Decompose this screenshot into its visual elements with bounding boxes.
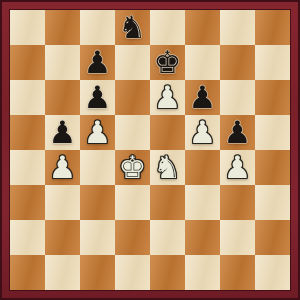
piece-white-pawn[interactable]: ♟: [84, 115, 112, 150]
square-b5[interactable]: ♟: [45, 115, 80, 150]
square-e3[interactable]: [150, 185, 185, 220]
square-d3[interactable]: [115, 185, 150, 220]
square-a6[interactable]: [10, 80, 45, 115]
square-a8[interactable]: [10, 10, 45, 45]
square-g3[interactable]: [220, 185, 255, 220]
piece-black-pawn[interactable]: ♟: [84, 45, 112, 80]
square-f4[interactable]: [185, 150, 220, 185]
piece-black-pawn[interactable]: ♟: [49, 115, 77, 150]
square-c5[interactable]: ♟: [80, 115, 115, 150]
piece-white-knight[interactable]: ♞: [154, 150, 182, 185]
square-c6[interactable]: ♟: [80, 80, 115, 115]
piece-black-king[interactable]: ♚: [154, 45, 182, 80]
square-f6[interactable]: ♟: [185, 80, 220, 115]
square-d2[interactable]: [115, 220, 150, 255]
square-d5[interactable]: [115, 115, 150, 150]
square-c4[interactable]: [80, 150, 115, 185]
square-g4[interactable]: ♟: [220, 150, 255, 185]
square-b2[interactable]: [45, 220, 80, 255]
square-h8[interactable]: [255, 10, 290, 45]
piece-white-pawn[interactable]: ♟: [189, 115, 217, 150]
square-g8[interactable]: [220, 10, 255, 45]
square-c8[interactable]: [80, 10, 115, 45]
square-g7[interactable]: [220, 45, 255, 80]
piece-white-pawn[interactable]: ♟: [154, 80, 182, 115]
square-b6[interactable]: [45, 80, 80, 115]
square-a5[interactable]: [10, 115, 45, 150]
square-h3[interactable]: [255, 185, 290, 220]
square-e8[interactable]: [150, 10, 185, 45]
square-h1[interactable]: [255, 255, 290, 290]
square-b4[interactable]: ♟: [45, 150, 80, 185]
square-f1[interactable]: [185, 255, 220, 290]
square-d6[interactable]: [115, 80, 150, 115]
board-frame: ♞♟♚♟♟♟♟♟♟♟♟♚♞♟: [0, 0, 300, 300]
square-b1[interactable]: [45, 255, 80, 290]
square-a4[interactable]: [10, 150, 45, 185]
square-c1[interactable]: [80, 255, 115, 290]
square-g2[interactable]: [220, 220, 255, 255]
piece-white-pawn[interactable]: ♟: [49, 150, 77, 185]
piece-black-pawn[interactable]: ♟: [189, 80, 217, 115]
square-e5[interactable]: [150, 115, 185, 150]
chess-board: ♞♟♚♟♟♟♟♟♟♟♟♚♞♟: [10, 10, 290, 290]
square-c3[interactable]: [80, 185, 115, 220]
square-h4[interactable]: [255, 150, 290, 185]
square-c2[interactable]: [80, 220, 115, 255]
square-a1[interactable]: [10, 255, 45, 290]
square-a2[interactable]: [10, 220, 45, 255]
square-f3[interactable]: [185, 185, 220, 220]
square-e4[interactable]: ♞: [150, 150, 185, 185]
piece-white-pawn[interactable]: ♟: [224, 150, 252, 185]
square-c7[interactable]: ♟: [80, 45, 115, 80]
square-a3[interactable]: [10, 185, 45, 220]
piece-white-king[interactable]: ♚: [119, 150, 147, 185]
square-e6[interactable]: ♟: [150, 80, 185, 115]
square-h6[interactable]: [255, 80, 290, 115]
square-a7[interactable]: [10, 45, 45, 80]
square-g5[interactable]: ♟: [220, 115, 255, 150]
square-f8[interactable]: [185, 10, 220, 45]
piece-black-pawn[interactable]: ♟: [224, 115, 252, 150]
square-h5[interactable]: [255, 115, 290, 150]
piece-black-knight[interactable]: ♞: [119, 10, 147, 45]
square-h2[interactable]: [255, 220, 290, 255]
square-b3[interactable]: [45, 185, 80, 220]
square-b7[interactable]: [45, 45, 80, 80]
square-d1[interactable]: [115, 255, 150, 290]
square-f5[interactable]: ♟: [185, 115, 220, 150]
square-f2[interactable]: [185, 220, 220, 255]
square-b8[interactable]: [45, 10, 80, 45]
square-g1[interactable]: [220, 255, 255, 290]
square-e1[interactable]: [150, 255, 185, 290]
square-e2[interactable]: [150, 220, 185, 255]
square-f7[interactable]: [185, 45, 220, 80]
square-h7[interactable]: [255, 45, 290, 80]
square-g6[interactable]: [220, 80, 255, 115]
square-e7[interactable]: ♚: [150, 45, 185, 80]
piece-black-pawn[interactable]: ♟: [84, 80, 112, 115]
square-d7[interactable]: [115, 45, 150, 80]
square-d4[interactable]: ♚: [115, 150, 150, 185]
square-d8[interactable]: ♞: [115, 10, 150, 45]
